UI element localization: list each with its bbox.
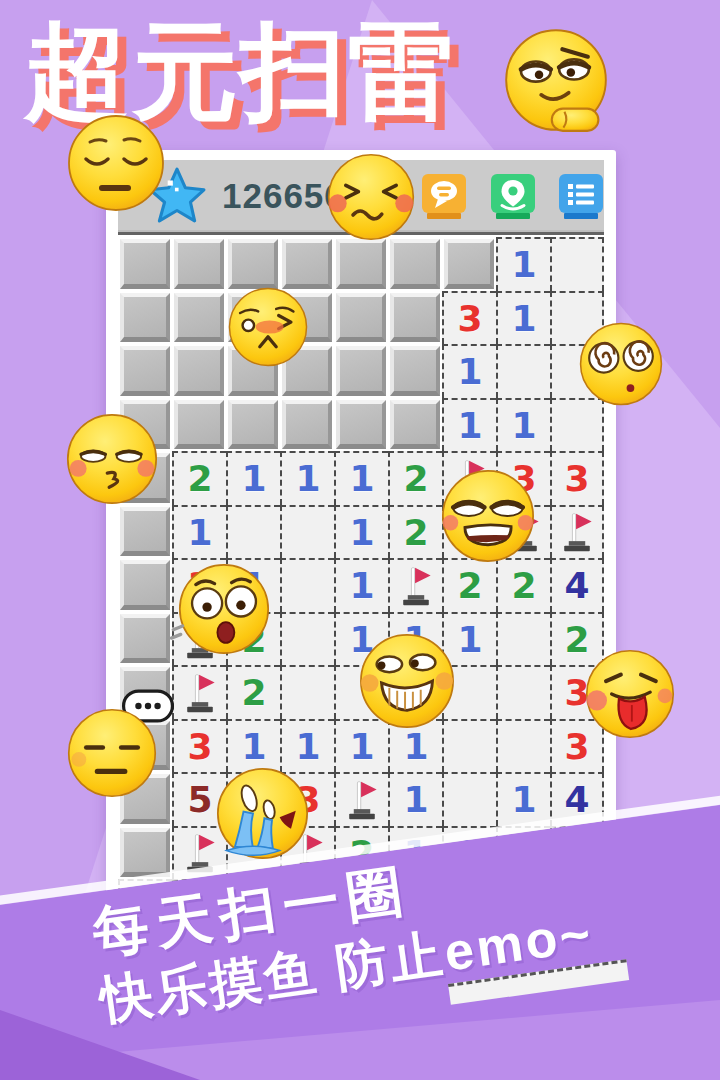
- cell-r4c3[interactable]: [228, 400, 278, 450]
- cell-r2c5[interactable]: [336, 293, 386, 343]
- score-value: 126656: [222, 176, 345, 216]
- cell-r8c5: 1: [334, 612, 388, 666]
- cell-r6c8[interactable]: [496, 505, 550, 559]
- cell-r3c9: [550, 344, 604, 398]
- cell-r5c6: 2: [388, 451, 442, 505]
- cell-r8c6: 1: [388, 612, 442, 666]
- cell-r4c7: 1: [442, 398, 496, 452]
- cell-r6c3: [226, 505, 280, 559]
- cell-r3c7: 1: [442, 344, 496, 398]
- cell-r6c5: 1: [334, 505, 388, 559]
- cell-r1c9: [550, 237, 604, 291]
- cell-r10c3: 1: [226, 719, 280, 773]
- cell-r6c1[interactable]: [120, 507, 170, 557]
- cell-r3c3[interactable]: [228, 346, 278, 396]
- cell-r11c2: 5: [172, 772, 226, 826]
- cell-r7c7: 2: [442, 558, 496, 612]
- hud-bar: 126656: [118, 160, 604, 235]
- cell-r4c6[interactable]: [390, 400, 440, 450]
- cell-r8c3: 2: [226, 612, 280, 666]
- cell-r7c5: 1: [334, 558, 388, 612]
- cell-r2c4[interactable]: [282, 293, 332, 343]
- cell-r5c7[interactable]: [442, 451, 496, 505]
- cell-r9c3: 2: [226, 665, 280, 719]
- cell-r11c1[interactable]: [120, 774, 170, 824]
- cell-r8c8: [496, 612, 550, 666]
- cell-r4c5[interactable]: [336, 400, 386, 450]
- cell-r1c4[interactable]: [282, 239, 332, 289]
- cell-r9c1[interactable]: [120, 667, 170, 717]
- cell-r2c8: 1: [496, 291, 550, 345]
- cell-r6c4: [280, 505, 334, 559]
- cell-r7c1[interactable]: [120, 560, 170, 610]
- cell-r10c6: 1: [388, 719, 442, 773]
- cell-r3c1[interactable]: [120, 346, 170, 396]
- cell-r11c5[interactable]: [334, 772, 388, 826]
- cell-r10c4: 1: [280, 719, 334, 773]
- cell-r3c8: [496, 344, 550, 398]
- cell-r4c2[interactable]: [174, 400, 224, 450]
- cell-r3c6[interactable]: [390, 346, 440, 396]
- cell-r8c4: [280, 612, 334, 666]
- cell-r7c3: 1: [226, 558, 280, 612]
- list-icon[interactable]: [557, 172, 605, 220]
- star-icon: [148, 167, 206, 225]
- cell-r1c3[interactable]: [228, 239, 278, 289]
- cell-r10c5: 1: [334, 719, 388, 773]
- cell-r9c6: [388, 665, 442, 719]
- cell-r8c1[interactable]: [120, 614, 170, 664]
- cell-r2c1[interactable]: [120, 293, 170, 343]
- cell-r6c2: 1: [172, 505, 226, 559]
- cell-r5c5: 1: [334, 451, 388, 505]
- cell-r3c2[interactable]: [174, 346, 224, 396]
- cell-r11c7: [442, 772, 496, 826]
- cell-r10c9: 3: [550, 719, 604, 773]
- cell-r1c6[interactable]: [390, 239, 440, 289]
- cell-r5c4: 1: [280, 451, 334, 505]
- cell-r9c7: [442, 665, 496, 719]
- cell-r3c5[interactable]: [336, 346, 386, 396]
- thinking-smirk-emoji: [503, 27, 609, 133]
- cell-r4c1[interactable]: [120, 400, 170, 450]
- cell-r9c4: [280, 665, 334, 719]
- cell-r9c9: 3: [550, 665, 604, 719]
- cell-r2c6[interactable]: [390, 293, 440, 343]
- cell-r6c9[interactable]: [550, 505, 604, 559]
- cell-r9c5: [334, 665, 388, 719]
- cell-r7c8: 2: [496, 558, 550, 612]
- cell-r10c8: [496, 719, 550, 773]
- cell-r2c3[interactable]: [228, 293, 278, 343]
- cell-r1c5[interactable]: [336, 239, 386, 289]
- cell-r5c2: 2: [172, 451, 226, 505]
- location-icon[interactable]: [489, 172, 537, 220]
- cell-r6c7: [442, 505, 496, 559]
- cell-r6c6: 2: [388, 505, 442, 559]
- cell-r11c3: [226, 772, 280, 826]
- cell-r10c7: [442, 719, 496, 773]
- chat-icon[interactable]: [420, 172, 468, 220]
- cell-r2c7: 3: [442, 291, 496, 345]
- cell-r1c2[interactable]: [174, 239, 224, 289]
- cell-r7c4: [280, 558, 334, 612]
- cell-r9c8: [496, 665, 550, 719]
- app-title: 超元扫雷: [24, 8, 456, 135]
- cell-r4c4[interactable]: [282, 400, 332, 450]
- cell-r12c1[interactable]: [120, 828, 170, 878]
- cell-r5c3: 1: [226, 451, 280, 505]
- cell-r1c1[interactable]: [120, 239, 170, 289]
- cell-r11c4: 3: [280, 772, 334, 826]
- cell-r4c9: [550, 398, 604, 452]
- cell-r5c8: 3: [496, 451, 550, 505]
- cell-r8c2[interactable]: [172, 612, 226, 666]
- cell-r5c9: 3: [550, 451, 604, 505]
- cell-r10c2: 3: [172, 719, 226, 773]
- cell-r11c6: 1: [388, 772, 442, 826]
- cell-r7c2: 3: [172, 558, 226, 612]
- cell-r8c7: 1: [442, 612, 496, 666]
- cell-r2c9: [550, 291, 604, 345]
- cell-r2c2[interactable]: [174, 293, 224, 343]
- cell-r1c8: 1: [496, 237, 550, 291]
- cell-r1c7[interactable]: [444, 239, 494, 289]
- cell-r3c4[interactable]: [282, 346, 332, 396]
- cell-r7c6[interactable]: [388, 558, 442, 612]
- cell-r9c2[interactable]: [172, 665, 226, 719]
- cell-r7c9: 4: [550, 558, 604, 612]
- cell-r4c8: 1: [496, 398, 550, 452]
- cell-r8c9: 2: [550, 612, 604, 666]
- screenshot-stage: 超元扫雷 126656 13111121112 33112: [0, 0, 720, 1080]
- cell-r10c1[interactable]: [120, 721, 170, 771]
- cell-r5c1[interactable]: [120, 453, 170, 503]
- cell-r11c8: 1: [496, 772, 550, 826]
